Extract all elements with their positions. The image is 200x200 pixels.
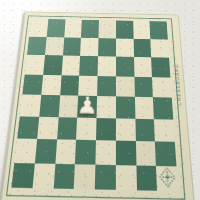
square-a2[interactable] xyxy=(14,139,36,163)
square-g2[interactable] xyxy=(135,141,156,165)
square-f4[interactable] xyxy=(116,96,135,118)
diamond-cross-icon xyxy=(158,166,177,189)
square-h6[interactable] xyxy=(151,57,170,77)
square-e3[interactable] xyxy=(96,117,116,140)
square-e1[interactable] xyxy=(95,164,116,190)
square-d6[interactable] xyxy=(79,56,98,76)
square-a1[interactable] xyxy=(11,162,34,188)
square-b5[interactable] xyxy=(41,74,61,95)
square-c8[interactable] xyxy=(64,19,82,37)
square-b4[interactable] xyxy=(39,95,60,117)
square-h2[interactable] xyxy=(155,141,176,165)
piece-shadow xyxy=(77,111,94,117)
square-a5[interactable] xyxy=(22,74,43,95)
square-b8[interactable] xyxy=(47,19,66,37)
square-f8[interactable] xyxy=(116,20,133,38)
square-d1[interactable] xyxy=(74,164,95,190)
square-g7[interactable] xyxy=(133,38,151,57)
square-d7[interactable] xyxy=(80,37,98,56)
square-c2[interactable] xyxy=(55,139,76,163)
square-g4[interactable] xyxy=(134,97,154,119)
square-a7[interactable] xyxy=(27,36,46,55)
square-f7[interactable] xyxy=(116,38,134,57)
square-b2[interactable] xyxy=(35,139,57,163)
square-d8[interactable] xyxy=(81,20,99,38)
piece-white-pawn-d4[interactable]: ♟ xyxy=(75,87,99,118)
square-a4[interactable] xyxy=(20,94,41,116)
square-d3[interactable] xyxy=(76,117,96,140)
square-g6[interactable] xyxy=(134,57,153,77)
square-h7[interactable] xyxy=(150,39,169,58)
square-b7[interactable] xyxy=(45,37,64,56)
square-h8[interactable] xyxy=(150,21,168,39)
square-f3[interactable] xyxy=(116,118,136,141)
square-e4[interactable] xyxy=(97,96,116,118)
square-f6[interactable] xyxy=(116,57,134,77)
square-g1[interactable] xyxy=(136,165,157,191)
square-f5[interactable] xyxy=(116,76,135,97)
square-c1[interactable] xyxy=(53,163,75,189)
square-b6[interactable] xyxy=(43,55,63,75)
square-b1[interactable] xyxy=(32,163,55,189)
square-e8[interactable] xyxy=(98,20,115,38)
square-c3[interactable] xyxy=(57,117,78,140)
square-d2[interactable] xyxy=(75,140,96,164)
square-a3[interactable] xyxy=(17,116,39,139)
maker-logo xyxy=(158,166,177,189)
square-g8[interactable] xyxy=(133,21,151,39)
square-e2[interactable] xyxy=(95,140,115,164)
chessboard-mat: CHESSBOARD ♟ xyxy=(0,11,195,200)
square-f2[interactable] xyxy=(116,141,136,165)
square-g3[interactable] xyxy=(135,118,155,141)
edge-brand-text: CHESSBOARD xyxy=(173,63,185,107)
square-f1[interactable] xyxy=(116,165,137,191)
square-h5[interactable] xyxy=(152,77,172,98)
square-e7[interactable] xyxy=(98,38,116,57)
square-g5[interactable] xyxy=(134,76,153,97)
photo-scene: CHESSBOARD ♟ xyxy=(0,0,200,200)
square-a8[interactable] xyxy=(29,19,48,37)
square-h3[interactable] xyxy=(154,119,175,142)
square-a6[interactable] xyxy=(25,55,45,75)
square-e6[interactable] xyxy=(98,56,116,76)
square-c7[interactable] xyxy=(63,37,82,56)
square-e5[interactable] xyxy=(97,76,116,97)
square-b3[interactable] xyxy=(37,116,58,139)
square-h4[interactable] xyxy=(153,97,173,119)
square-c6[interactable] xyxy=(61,55,80,75)
